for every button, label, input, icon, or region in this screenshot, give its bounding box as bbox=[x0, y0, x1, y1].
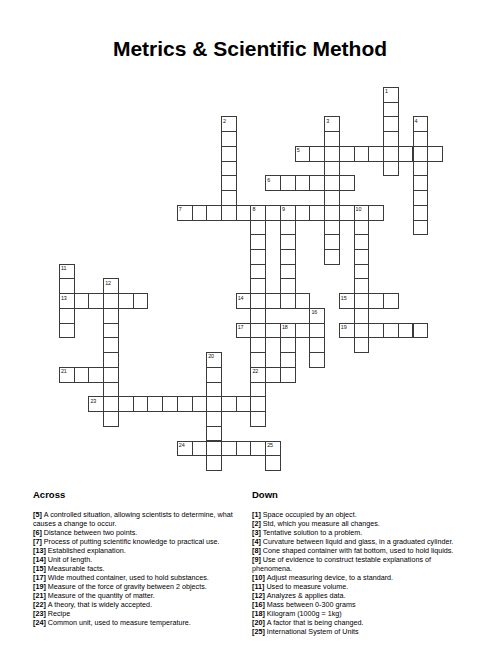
grid-cell[interactable] bbox=[221, 131, 237, 147]
down-clue-list: [1] Space occupied by an object.[2] Std,… bbox=[252, 510, 470, 636]
grid-cell[interactable] bbox=[265, 455, 281, 471]
grid-cell[interactable]: 22 bbox=[250, 367, 266, 383]
across-clue-14: [14] Unit of length. bbox=[33, 555, 247, 564]
grid-cell[interactable] bbox=[206, 455, 222, 471]
down-clue-3: [3] Tentative solution to a problem. bbox=[252, 528, 470, 537]
grid-cell[interactable] bbox=[413, 323, 429, 339]
across-clue-7: [7] Process of putting scientific knowle… bbox=[33, 537, 247, 546]
grid-cell[interactable] bbox=[354, 337, 370, 353]
across-clue-5: [5] A controlled situation, allowing sci… bbox=[33, 510, 247, 528]
across-clue-17: [17] Wide mouthed container, used to hol… bbox=[33, 573, 247, 582]
cell-number: 17 bbox=[238, 324, 244, 330]
cell-number: 9 bbox=[282, 206, 285, 212]
cell-number: 16 bbox=[311, 309, 317, 315]
grid-cell[interactable] bbox=[354, 308, 370, 324]
grid-cell[interactable] bbox=[74, 293, 90, 309]
down-clue-20: [20] A factor that is being changed. bbox=[252, 618, 470, 627]
grid-cell[interactable] bbox=[221, 161, 237, 177]
grid-cell[interactable] bbox=[383, 161, 399, 177]
grid-cell[interactable] bbox=[206, 396, 222, 412]
cell-number: 4 bbox=[415, 118, 418, 124]
grid-cell[interactable]: 3 bbox=[324, 116, 340, 132]
crossword-page: Metrics & Scientific Method 123456789101… bbox=[0, 0, 500, 647]
grid-cell[interactable]: 15 bbox=[339, 293, 355, 309]
grid-cell[interactable] bbox=[265, 205, 281, 221]
cell-number: 20 bbox=[208, 353, 214, 359]
cell-number: 22 bbox=[252, 368, 258, 374]
grid-cell[interactable]: 1 bbox=[383, 87, 399, 103]
grid-cell[interactable] bbox=[413, 161, 429, 177]
grid-cell[interactable] bbox=[309, 323, 325, 339]
grid-cell[interactable] bbox=[250, 323, 266, 339]
cell-number: 19 bbox=[341, 324, 347, 330]
grid-cell[interactable] bbox=[206, 411, 222, 427]
cell-number: 6 bbox=[267, 177, 270, 183]
crossword-grid: 1234567891011121314151617181920212223242… bbox=[59, 87, 444, 472]
grid-cell[interactable] bbox=[383, 116, 399, 132]
grid-cell[interactable] bbox=[354, 323, 370, 339]
grid-cell[interactable] bbox=[295, 175, 311, 191]
cell-number: 11 bbox=[61, 265, 66, 271]
cell-number: 1 bbox=[385, 88, 388, 94]
puzzle-title: Metrics & Scientific Method bbox=[0, 37, 500, 61]
grid-cell[interactable] bbox=[250, 220, 266, 236]
grid-cell[interactable] bbox=[324, 175, 340, 191]
across-clue-23: [23] Recipe bbox=[33, 609, 247, 618]
grid-cell[interactable] bbox=[383, 323, 399, 339]
grid-cell[interactable] bbox=[206, 426, 222, 442]
grid-cell[interactable] bbox=[59, 308, 75, 324]
grid-cell[interactable] bbox=[59, 278, 75, 294]
grid-cell[interactable] bbox=[280, 367, 296, 383]
grid-cell[interactable] bbox=[103, 411, 119, 427]
grid-cell[interactable] bbox=[324, 205, 340, 221]
grid-cell[interactable] bbox=[250, 249, 266, 265]
grid-cell[interactable]: 8 bbox=[250, 205, 266, 221]
grid-cell[interactable]: 18 bbox=[280, 323, 296, 339]
down-clue-10: [10] Adjust measuring device, to a stand… bbox=[252, 573, 470, 582]
grid-cell[interactable] bbox=[354, 293, 370, 309]
grid-cell[interactable] bbox=[103, 293, 119, 309]
grid-cell[interactable] bbox=[147, 396, 163, 412]
grid-cell[interactable] bbox=[383, 131, 399, 147]
grid-cell[interactable] bbox=[103, 382, 119, 398]
grid-cell[interactable] bbox=[354, 234, 370, 250]
down-clue-1: [1] Space occupied by an object. bbox=[252, 510, 470, 519]
grid-cell[interactable] bbox=[88, 367, 104, 383]
grid-cell[interactable] bbox=[339, 205, 355, 221]
grid-cell[interactable]: 23 bbox=[88, 396, 104, 412]
grid-cell[interactable] bbox=[177, 396, 193, 412]
grid-cell[interactable] bbox=[295, 205, 311, 221]
grid-cell[interactable] bbox=[413, 205, 429, 221]
grid-cell[interactable]: 11 bbox=[59, 264, 75, 280]
grid-cell[interactable] bbox=[250, 396, 266, 412]
grid-cell[interactable] bbox=[324, 234, 340, 250]
grid-cell[interactable] bbox=[324, 146, 340, 162]
grid-cell[interactable] bbox=[265, 323, 281, 339]
grid-cell[interactable] bbox=[265, 293, 281, 309]
grid-cell[interactable] bbox=[309, 146, 325, 162]
grid-cell[interactable] bbox=[339, 175, 355, 191]
grid-cell[interactable]: 13 bbox=[59, 293, 75, 309]
grid-cell[interactable] bbox=[280, 264, 296, 280]
grid-cell[interactable] bbox=[206, 205, 222, 221]
across-clue-24: [24] Common unit, used to measure temper… bbox=[33, 618, 247, 627]
grid-cell[interactable] bbox=[309, 175, 325, 191]
cell-number: 7 bbox=[179, 206, 182, 212]
cell-number: 18 bbox=[282, 324, 288, 330]
across-header: Across bbox=[33, 489, 247, 500]
grid-cell[interactable] bbox=[354, 249, 370, 265]
cell-number: 25 bbox=[267, 442, 273, 448]
grid-cell[interactable] bbox=[221, 396, 237, 412]
grid-cell[interactable] bbox=[280, 175, 296, 191]
grid-cell[interactable] bbox=[206, 367, 222, 383]
grid-cell[interactable] bbox=[368, 146, 384, 162]
grid-cell[interactable] bbox=[339, 146, 355, 162]
down-clue-4: [4] Curvature between liquid and glass, … bbox=[252, 537, 470, 546]
down-clue-8: [8] Cone shaped container with fat botto… bbox=[252, 546, 470, 555]
cell-number: 24 bbox=[179, 442, 185, 448]
grid-cell[interactable]: 5 bbox=[295, 146, 311, 162]
grid-cell[interactable] bbox=[383, 293, 399, 309]
grid-cell[interactable] bbox=[324, 190, 340, 206]
grid-cell[interactable] bbox=[236, 441, 252, 457]
grid-cell[interactable] bbox=[354, 278, 370, 294]
cell-number: 3 bbox=[326, 118, 329, 124]
grid-cell[interactable] bbox=[74, 367, 90, 383]
grid-cell[interactable] bbox=[118, 396, 134, 412]
across-clues-section: Across [5] A controlled situation, allow… bbox=[33, 489, 247, 627]
grid-cell[interactable] bbox=[413, 146, 429, 162]
grid-cell[interactable]: 20 bbox=[206, 352, 222, 368]
grid-cell[interactable] bbox=[103, 337, 119, 353]
grid-cell[interactable] bbox=[103, 323, 119, 339]
grid-cell[interactable] bbox=[192, 441, 208, 457]
grid-cell[interactable] bbox=[133, 396, 149, 412]
grid-cell[interactable] bbox=[280, 278, 296, 294]
grid-cell[interactable] bbox=[413, 131, 429, 147]
grid-cell[interactable] bbox=[295, 323, 311, 339]
grid-cell[interactable] bbox=[354, 220, 370, 236]
down-clue-2: [2] Std, which you measure all changes. bbox=[252, 519, 470, 528]
grid-cell[interactable] bbox=[280, 337, 296, 353]
grid-cell[interactable]: 21 bbox=[59, 367, 75, 383]
grid-cell[interactable] bbox=[221, 205, 237, 221]
grid-cell[interactable] bbox=[324, 131, 340, 147]
grid-cell[interactable] bbox=[250, 337, 266, 353]
grid-cell[interactable] bbox=[413, 190, 429, 206]
grid-cell[interactable] bbox=[192, 205, 208, 221]
down-header: Down bbox=[252, 489, 470, 500]
grid-cell[interactable] bbox=[280, 352, 296, 368]
grid-cell[interactable] bbox=[103, 308, 119, 324]
down-clue-11: [11] Used to measure volume. bbox=[252, 582, 470, 591]
grid-cell[interactable]: 6 bbox=[265, 175, 281, 191]
grid-cell[interactable] bbox=[250, 411, 266, 427]
grid-cell[interactable] bbox=[118, 293, 134, 309]
grid-cell[interactable] bbox=[280, 249, 296, 265]
grid-cell[interactable] bbox=[206, 382, 222, 398]
grid-cell[interactable]: 2 bbox=[221, 116, 237, 132]
grid-cell[interactable] bbox=[206, 441, 222, 457]
cell-number: 2 bbox=[223, 118, 226, 124]
down-clue-18: [18] Kilogram (1000g = 1kg) bbox=[252, 609, 470, 618]
grid-cell[interactable] bbox=[368, 293, 384, 309]
cell-number: 23 bbox=[90, 398, 96, 404]
cell-number: 13 bbox=[61, 295, 67, 301]
grid-cell[interactable]: 12 bbox=[103, 278, 119, 294]
cell-number: 15 bbox=[341, 295, 347, 301]
grid-cell[interactable] bbox=[398, 146, 414, 162]
grid-cell[interactable] bbox=[309, 337, 325, 353]
cell-number: 5 bbox=[297, 147, 300, 153]
grid-cell[interactable]: 10 bbox=[354, 205, 370, 221]
grid-cell[interactable] bbox=[413, 175, 429, 191]
grid-cell[interactable] bbox=[236, 396, 252, 412]
grid-cell[interactable]: 14 bbox=[236, 293, 252, 309]
across-clue-15: [15] Measurable facts. bbox=[33, 564, 247, 573]
cell-number: 8 bbox=[252, 206, 255, 212]
across-clue-13: [13] Established explanation. bbox=[33, 546, 247, 555]
grid-cell[interactable] bbox=[324, 161, 340, 177]
down-clue-12: [12] Analyzes & applies data. bbox=[252, 591, 470, 600]
grid-cell[interactable] bbox=[427, 146, 443, 162]
grid-cell[interactable] bbox=[368, 205, 384, 221]
grid-cell[interactable] bbox=[103, 367, 119, 383]
grid-cell[interactable] bbox=[383, 102, 399, 118]
grid-cell[interactable] bbox=[133, 293, 149, 309]
grid-cell[interactable] bbox=[221, 146, 237, 162]
grid-cell[interactable] bbox=[309, 205, 325, 221]
grid-cell[interactable] bbox=[236, 205, 252, 221]
grid-cell[interactable]: 17 bbox=[236, 323, 252, 339]
down-clue-16: [16] Mass between 0-300 grams bbox=[252, 600, 470, 609]
grid-cell[interactable] bbox=[354, 146, 370, 162]
grid-cell[interactable] bbox=[383, 146, 399, 162]
cell-number: 14 bbox=[238, 295, 244, 301]
grid-cell[interactable] bbox=[309, 352, 325, 368]
grid-cell[interactable] bbox=[88, 293, 104, 309]
down-clue-9: [9] Use of evidence to construct testabl… bbox=[252, 555, 470, 573]
grid-cell[interactable]: 9 bbox=[280, 205, 296, 221]
grid-cell[interactable] bbox=[368, 323, 384, 339]
grid-cell[interactable] bbox=[250, 441, 266, 457]
grid-cell[interactable] bbox=[265, 367, 281, 383]
grid-cell[interactable] bbox=[398, 323, 414, 339]
grid-cell[interactable] bbox=[103, 352, 119, 368]
cell-number: 21 bbox=[61, 368, 67, 374]
grid-cell[interactable] bbox=[59, 323, 75, 339]
grid-cell[interactable]: 19 bbox=[339, 323, 355, 339]
grid-cell[interactable] bbox=[295, 293, 311, 309]
grid-cell[interactable] bbox=[280, 234, 296, 250]
down-clues-section: Down [1] Space occupied by an object.[2]… bbox=[252, 489, 470, 636]
grid-cell[interactable] bbox=[221, 175, 237, 191]
down-clue-25: [25] International System of Units bbox=[252, 627, 470, 636]
grid-cell[interactable] bbox=[162, 396, 178, 412]
across-clue-21: [21] Measure of the quantity of matter. bbox=[33, 591, 247, 600]
grid-cell[interactable] bbox=[413, 220, 429, 236]
grid-cell[interactable] bbox=[354, 264, 370, 280]
grid-cell[interactable] bbox=[221, 190, 237, 206]
cell-number: 10 bbox=[356, 206, 362, 212]
grid-cell[interactable] bbox=[250, 352, 266, 368]
grid-cell[interactable]: 7 bbox=[177, 205, 193, 221]
across-clue-6: [6] Distance between two points. bbox=[33, 528, 247, 537]
across-clue-list: [5] A controlled situation, allowing sci… bbox=[33, 510, 247, 627]
grid-cell[interactable] bbox=[250, 293, 266, 309]
grid-cell[interactable] bbox=[280, 220, 296, 236]
grid-cell[interactable]: 4 bbox=[413, 116, 429, 132]
grid-cell[interactable] bbox=[103, 396, 119, 412]
grid-cell[interactable] bbox=[250, 234, 266, 250]
grid-cell[interactable]: 25 bbox=[265, 441, 281, 457]
cell-number: 12 bbox=[105, 280, 111, 286]
grid-cell[interactable] bbox=[192, 396, 208, 412]
grid-cell[interactable] bbox=[250, 382, 266, 398]
grid-cell[interactable]: 16 bbox=[309, 308, 325, 324]
across-clue-22: [22] A theory, that is widely accepted. bbox=[33, 600, 247, 609]
grid-cell[interactable] bbox=[324, 249, 340, 265]
grid-cell[interactable] bbox=[221, 441, 237, 457]
grid-cell[interactable]: 24 bbox=[177, 441, 193, 457]
grid-cell[interactable] bbox=[280, 293, 296, 309]
grid-cell[interactable] bbox=[324, 220, 340, 236]
across-clue-19: [19] Measure of the force of gravity bet… bbox=[33, 582, 247, 591]
grid-cell[interactable] bbox=[250, 278, 266, 294]
grid-cell[interactable] bbox=[250, 264, 266, 280]
grid-cell[interactable] bbox=[250, 308, 266, 324]
